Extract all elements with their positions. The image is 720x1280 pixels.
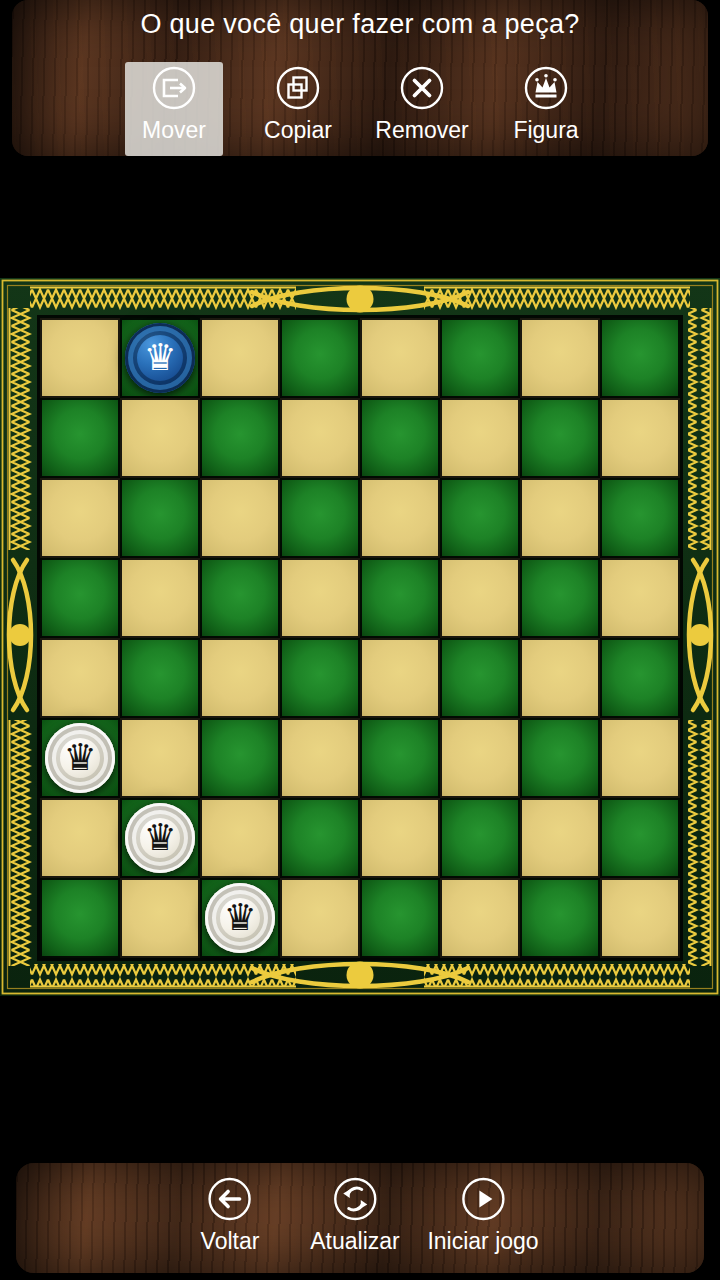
crown-glyph: ♛ <box>223 899 256 936</box>
board-square[interactable] <box>360 398 440 478</box>
board-square[interactable] <box>360 558 440 638</box>
crown-icon <box>523 65 569 111</box>
dialog-title: O que você quer fazer com a peça? <box>12 9 708 40</box>
white-king-piece[interactable]: ♛ <box>125 803 195 873</box>
board-square[interactable] <box>40 318 120 398</box>
board-square[interactable] <box>360 878 440 958</box>
play-icon <box>460 1176 506 1222</box>
board-square[interactable] <box>440 558 520 638</box>
refresh-icon <box>332 1176 378 1222</box>
action-dialog-panel: O que você quer fazer com a peça? Mover … <box>12 0 708 156</box>
board-square[interactable] <box>520 878 600 958</box>
board-square[interactable] <box>200 398 280 478</box>
board-square[interactable] <box>40 798 120 878</box>
white-king-piece[interactable]: ♛ <box>205 883 275 953</box>
board-square[interactable] <box>600 718 680 798</box>
iniciar-jogo-label: Iniciar jogo <box>427 1228 538 1255</box>
board-square[interactable]: ♛ <box>120 318 200 398</box>
crown-glyph: ♛ <box>143 819 176 856</box>
board-square[interactable] <box>360 318 440 398</box>
board-square[interactable] <box>360 478 440 558</box>
action-label: Mover <box>125 117 223 144</box>
board-square[interactable] <box>440 798 520 878</box>
board-square[interactable]: ♛ <box>40 718 120 798</box>
board-square[interactable] <box>280 318 360 398</box>
board-square[interactable] <box>280 798 360 878</box>
atualizar-label: Atualizar <box>310 1228 399 1255</box>
board-square[interactable]: ♛ <box>120 798 200 878</box>
board-square[interactable] <box>520 558 600 638</box>
board-square[interactable] <box>440 318 520 398</box>
board-square[interactable] <box>360 718 440 798</box>
board-square[interactable] <box>600 318 680 398</box>
board-square[interactable] <box>520 478 600 558</box>
board-square[interactable] <box>520 798 600 878</box>
board-square[interactable] <box>40 398 120 478</box>
board-square[interactable] <box>520 398 600 478</box>
action-button-mover[interactable]: Mover <box>125 62 223 156</box>
board-square[interactable] <box>280 638 360 718</box>
white-king-piece[interactable]: ♛ <box>45 723 115 793</box>
board-square[interactable] <box>40 558 120 638</box>
board-square[interactable] <box>440 638 520 718</box>
board-square[interactable] <box>360 638 440 718</box>
crown-glyph: ♛ <box>63 739 96 776</box>
board-square[interactable] <box>600 398 680 478</box>
board-square[interactable] <box>120 558 200 638</box>
voltar-label: Voltar <box>201 1228 260 1255</box>
board-square[interactable] <box>120 718 200 798</box>
board-square[interactable] <box>200 798 280 878</box>
board-square[interactable] <box>440 718 520 798</box>
board-square[interactable] <box>440 478 520 558</box>
board-square[interactable] <box>200 718 280 798</box>
board-square[interactable] <box>200 318 280 398</box>
action-buttons-row: Mover Copiar Remover <box>125 62 595 156</box>
action-label: Figura <box>497 117 595 144</box>
board-squares: ♛♛♛♛ <box>40 318 680 958</box>
action-button-copiar[interactable]: Copiar <box>249 62 347 156</box>
board-square[interactable] <box>520 638 600 718</box>
action-button-figura[interactable]: Figura <box>497 62 595 156</box>
board-square[interactable] <box>40 638 120 718</box>
board-square[interactable] <box>200 478 280 558</box>
board-square[interactable] <box>280 558 360 638</box>
board-square[interactable] <box>120 638 200 718</box>
action-label: Remover <box>373 117 471 144</box>
board-square[interactable] <box>600 798 680 878</box>
bottom-bar: Voltar Atualizar Iniciar jogo <box>16 1163 704 1273</box>
board-square[interactable] <box>280 878 360 958</box>
crown-glyph: ♛ <box>143 339 176 376</box>
board-square[interactable] <box>600 478 680 558</box>
atualizar-button[interactable]: Atualizar <box>310 1176 399 1255</box>
action-label: Copiar <box>249 117 347 144</box>
board-square[interactable] <box>40 878 120 958</box>
board-square[interactable] <box>40 478 120 558</box>
iniciar-jogo-button[interactable]: Iniciar jogo <box>427 1176 538 1255</box>
back-arrow-icon <box>207 1176 253 1222</box>
board-square[interactable] <box>280 398 360 478</box>
board-square[interactable] <box>200 638 280 718</box>
remove-x-icon <box>399 65 445 111</box>
board-square[interactable] <box>440 398 520 478</box>
board-square[interactable] <box>200 558 280 638</box>
voltar-button[interactable]: Voltar <box>201 1176 260 1255</box>
board-square[interactable] <box>600 558 680 638</box>
selected-king-piece[interactable]: ♛ <box>125 323 195 393</box>
board-square[interactable] <box>120 398 200 478</box>
board-square[interactable] <box>120 878 200 958</box>
move-out-icon <box>151 65 197 111</box>
board-square[interactable] <box>280 478 360 558</box>
board-square[interactable] <box>360 798 440 878</box>
board-square[interactable] <box>520 718 600 798</box>
board-square[interactable] <box>280 718 360 798</box>
board: ♛♛♛♛ <box>0 278 720 996</box>
board-square[interactable]: ♛ <box>200 878 280 958</box>
action-button-remover[interactable]: Remover <box>373 62 471 156</box>
board-square[interactable] <box>600 638 680 718</box>
copy-icon <box>275 65 321 111</box>
board-square[interactable] <box>520 318 600 398</box>
board-square[interactable] <box>440 878 520 958</box>
board-square[interactable] <box>600 878 680 958</box>
board-square[interactable] <box>120 478 200 558</box>
